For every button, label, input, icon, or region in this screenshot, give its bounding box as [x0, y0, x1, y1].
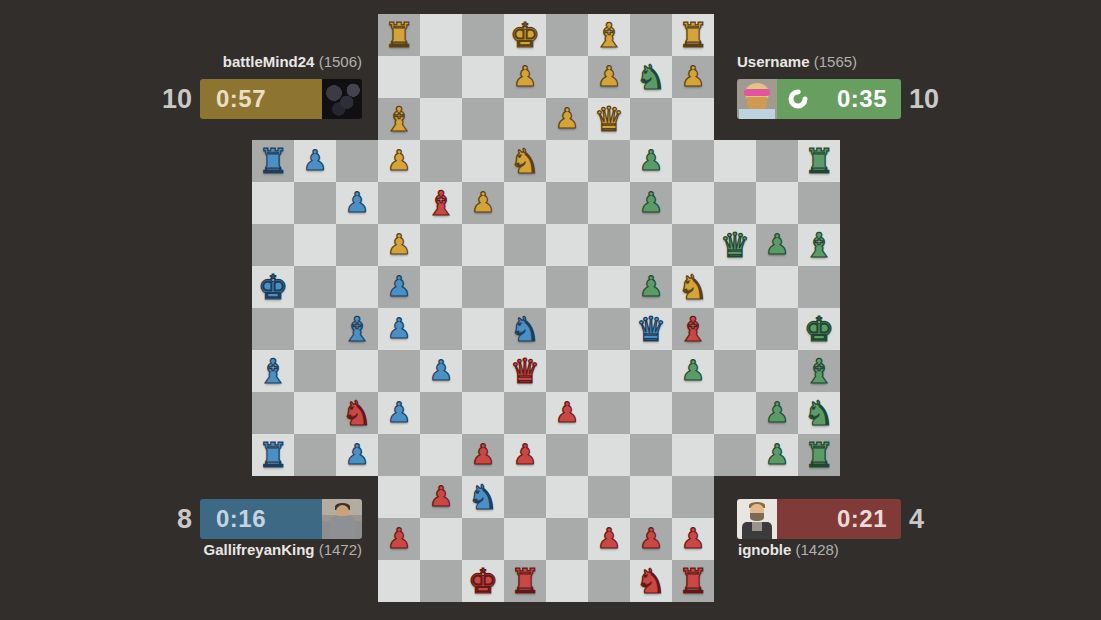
- board-square[interactable]: [588, 392, 630, 434]
- avatar-shirt: [739, 109, 775, 119]
- player-score: 10: [140, 83, 192, 115]
- board-square[interactable]: [546, 308, 588, 350]
- piece-g-P: ♟: [630, 182, 672, 224]
- board-square[interactable]: [420, 392, 462, 434]
- board-square[interactable]: ♛: [588, 98, 630, 140]
- player-name: GallifreyanKing: [204, 541, 315, 558]
- piece-y-R: ♜: [378, 14, 420, 56]
- board-cut-corner: [756, 14, 798, 56]
- avatar-collar: [752, 522, 762, 531]
- avatar-image[interactable]: [737, 79, 777, 119]
- piece-r-P: ♟: [546, 392, 588, 434]
- player-name-row: battleMind24 (1506): [100, 53, 362, 73]
- player-name: battleMind24: [223, 53, 315, 70]
- board-square[interactable]: [546, 560, 588, 602]
- piece-y-P: ♟: [378, 140, 420, 182]
- board-square[interactable]: ♝: [798, 224, 840, 266]
- piece-r-P: ♟: [630, 518, 672, 560]
- board-square[interactable]: [420, 56, 462, 98]
- board-square[interactable]: [714, 266, 756, 308]
- board-square[interactable]: ♟: [336, 434, 378, 476]
- board-square[interactable]: [588, 434, 630, 476]
- board-square[interactable]: [420, 98, 462, 140]
- clock-time: 0:21: [837, 505, 887, 533]
- board-square[interactable]: ♞: [336, 392, 378, 434]
- piece-g-R: ♜: [798, 434, 840, 476]
- board-square[interactable]: [630, 392, 672, 434]
- board-square[interactable]: ♟: [756, 434, 798, 476]
- piece-b-N: ♞: [462, 476, 504, 518]
- board-square[interactable]: [672, 140, 714, 182]
- piece-g-P: ♟: [756, 224, 798, 266]
- piece-r-B: ♝: [420, 182, 462, 224]
- board-square[interactable]: [504, 224, 546, 266]
- board-square[interactable]: ♟: [672, 350, 714, 392]
- board-square[interactable]: [462, 14, 504, 56]
- board-square[interactable]: [630, 14, 672, 56]
- board-cut-corner: [798, 14, 840, 56]
- board-square[interactable]: [756, 266, 798, 308]
- board-square[interactable]: [294, 266, 336, 308]
- piece-g-Q: ♛: [714, 224, 756, 266]
- player-rating: (1506): [319, 53, 362, 70]
- board-square[interactable]: ♟: [462, 182, 504, 224]
- player-score: 4: [909, 503, 969, 535]
- player-name-row: Username (1565): [737, 53, 1037, 73]
- board-square[interactable]: [756, 350, 798, 392]
- piece-g-N: ♞: [630, 56, 672, 98]
- piece-r-P: ♟: [504, 434, 546, 476]
- board-square[interactable]: [252, 182, 294, 224]
- board-square[interactable]: [462, 392, 504, 434]
- board-square[interactable]: ♟: [546, 98, 588, 140]
- board-square[interactable]: [462, 308, 504, 350]
- piece-y-P: ♟: [378, 224, 420, 266]
- board-square[interactable]: [588, 266, 630, 308]
- piece-b-P: ♟: [420, 350, 462, 392]
- board-square[interactable]: [714, 140, 756, 182]
- piece-r-K: ♚: [462, 560, 504, 602]
- board-square[interactable]: [252, 392, 294, 434]
- board-square[interactable]: ♟: [378, 392, 420, 434]
- board-square[interactable]: [546, 476, 588, 518]
- board-square[interactable]: [588, 182, 630, 224]
- board-cut-corner: [252, 560, 294, 602]
- board-square[interactable]: [378, 560, 420, 602]
- board-square[interactable]: [630, 476, 672, 518]
- board-square[interactable]: [714, 182, 756, 224]
- piece-y-P: ♟: [672, 56, 714, 98]
- piece-y-B: ♝: [588, 14, 630, 56]
- board-square[interactable]: ♜: [252, 140, 294, 182]
- board-square[interactable]: [336, 224, 378, 266]
- board-cut-corner: [294, 14, 336, 56]
- board-square[interactable]: [546, 434, 588, 476]
- board-square[interactable]: ♝: [336, 308, 378, 350]
- board-square[interactable]: ♜: [672, 14, 714, 56]
- board-square[interactable]: [546, 518, 588, 560]
- board-square[interactable]: [630, 350, 672, 392]
- board-square[interactable]: [630, 224, 672, 266]
- board-square[interactable]: ♞: [630, 56, 672, 98]
- board-square[interactable]: [462, 56, 504, 98]
- piece-b-P: ♟: [336, 182, 378, 224]
- board-square[interactable]: ♟: [378, 224, 420, 266]
- piece-g-P: ♟: [672, 350, 714, 392]
- player-name-row: ignoble (1428): [738, 541, 1038, 561]
- board-square[interactable]: [546, 56, 588, 98]
- piece-b-R: ♜: [252, 140, 294, 182]
- board-square[interactable]: [504, 392, 546, 434]
- clock-group: 0:57: [200, 79, 362, 119]
- board-cut-corner: [714, 14, 756, 56]
- avatar-image[interactable]: [737, 499, 777, 539]
- board-square[interactable]: [588, 140, 630, 182]
- board-square[interactable]: [336, 266, 378, 308]
- clock-bar-blue: 0:16: [200, 499, 322, 539]
- piece-y-N: ♞: [672, 266, 714, 308]
- board-square[interactable]: [714, 350, 756, 392]
- board-square[interactable]: ♟: [420, 476, 462, 518]
- board-square[interactable]: ♝: [378, 98, 420, 140]
- board-square[interactable]: ♟: [630, 140, 672, 182]
- clock-group: 0:16: [200, 499, 362, 539]
- board-square[interactable]: ♟: [630, 266, 672, 308]
- board-square[interactable]: [756, 182, 798, 224]
- piece-y-K: ♚: [504, 14, 546, 56]
- player-name: Username: [737, 53, 810, 70]
- board-square[interactable]: [294, 434, 336, 476]
- piece-b-P: ♟: [336, 434, 378, 476]
- board-square[interactable]: ♞: [504, 308, 546, 350]
- avatar-beard: [750, 513, 764, 521]
- board-square[interactable]: [672, 434, 714, 476]
- player-name-row: GallifreyanKing (1472): [100, 541, 362, 561]
- board-square[interactable]: ♜: [798, 434, 840, 476]
- piece-g-R: ♜: [798, 140, 840, 182]
- board-square[interactable]: ♟: [462, 434, 504, 476]
- board-square[interactable]: ♟: [378, 308, 420, 350]
- active-turn-indicator-icon: [787, 88, 809, 110]
- piece-b-B: ♝: [252, 350, 294, 392]
- board-square[interactable]: [252, 308, 294, 350]
- piece-r-P: ♟: [672, 518, 714, 560]
- clock-time: 0:35: [837, 85, 887, 113]
- board-square[interactable]: [714, 308, 756, 350]
- board-square[interactable]: [462, 518, 504, 560]
- board-square[interactable]: ♜: [672, 560, 714, 602]
- board-square[interactable]: ♞: [462, 476, 504, 518]
- board-square[interactable]: [420, 518, 462, 560]
- board-square[interactable]: [294, 182, 336, 224]
- player-rating: (1472): [319, 541, 362, 558]
- board-square[interactable]: ♟: [294, 140, 336, 182]
- player-score: 10: [909, 83, 969, 115]
- piece-g-K: ♚: [798, 308, 840, 350]
- avatar-image[interactable]: [322, 499, 362, 539]
- board-square[interactable]: [714, 392, 756, 434]
- piece-r-R: ♜: [504, 560, 546, 602]
- board-square[interactable]: ♟: [504, 56, 546, 98]
- piece-y-P: ♟: [462, 182, 504, 224]
- board-square[interactable]: ♟: [336, 182, 378, 224]
- piece-r-R: ♜: [672, 560, 714, 602]
- board-square[interactable]: ♟: [672, 518, 714, 560]
- board-square[interactable]: [462, 140, 504, 182]
- board-square[interactable]: [546, 140, 588, 182]
- board-square[interactable]: ♞: [672, 266, 714, 308]
- board-square[interactable]: [504, 476, 546, 518]
- board-cut-corner: [714, 560, 756, 602]
- piece-r-P: ♟: [378, 518, 420, 560]
- piece-r-B: ♝: [672, 308, 714, 350]
- piece-b-N: ♞: [504, 308, 546, 350]
- player-score: 8: [140, 503, 192, 535]
- piece-y-B: ♝: [378, 98, 420, 140]
- board-cut-corner: [294, 560, 336, 602]
- board-square[interactable]: ♟: [420, 350, 462, 392]
- board-square[interactable]: [546, 266, 588, 308]
- board-square[interactable]: [588, 308, 630, 350]
- avatar-sunglasses: [744, 89, 770, 96]
- piece-g-P: ♟: [630, 266, 672, 308]
- board-square[interactable]: [378, 182, 420, 224]
- board-square[interactable]: [672, 224, 714, 266]
- board-square[interactable]: [420, 560, 462, 602]
- board-square[interactable]: [378, 350, 420, 392]
- board-square[interactable]: [588, 476, 630, 518]
- piece-r-N: ♞: [630, 560, 672, 602]
- board-square[interactable]: [504, 98, 546, 140]
- board-square[interactable]: ♟: [588, 56, 630, 98]
- board-cut-corner: [336, 14, 378, 56]
- board-square[interactable]: ♝: [420, 182, 462, 224]
- board-square[interactable]: [546, 14, 588, 56]
- board-square[interactable]: [378, 476, 420, 518]
- board-square[interactable]: ♛: [714, 224, 756, 266]
- board-cut-corner: [336, 560, 378, 602]
- board-square[interactable]: ♞: [798, 392, 840, 434]
- board-square[interactable]: [252, 224, 294, 266]
- board-square[interactable]: ♟: [672, 56, 714, 98]
- board-square[interactable]: [294, 224, 336, 266]
- piece-y-P: ♟: [588, 56, 630, 98]
- board-square[interactable]: [378, 56, 420, 98]
- piece-b-Q: ♛: [630, 308, 672, 350]
- board-square[interactable]: [672, 98, 714, 140]
- board-square[interactable]: ♝: [798, 350, 840, 392]
- board-square[interactable]: [504, 266, 546, 308]
- board-square[interactable]: [756, 308, 798, 350]
- board-square[interactable]: ♟: [378, 518, 420, 560]
- board-square[interactable]: [756, 140, 798, 182]
- board-square[interactable]: [504, 518, 546, 560]
- clock-bar-yellow: 0:57: [200, 79, 322, 119]
- piece-b-P: ♟: [378, 308, 420, 350]
- piece-b-K: ♚: [252, 266, 294, 308]
- piece-y-P: ♟: [504, 56, 546, 98]
- clock-group: 0:21: [737, 499, 901, 539]
- piece-b-P: ♟: [378, 266, 420, 308]
- board-square[interactable]: [546, 224, 588, 266]
- piece-r-N: ♞: [336, 392, 378, 434]
- piece-g-N: ♞: [798, 392, 840, 434]
- board-cut-corner: [798, 560, 840, 602]
- board-square[interactable]: [462, 98, 504, 140]
- board-square[interactable]: ♞: [504, 140, 546, 182]
- piece-g-P: ♟: [756, 434, 798, 476]
- board-cut-corner: [252, 14, 294, 56]
- board-square[interactable]: [672, 476, 714, 518]
- board-square[interactable]: [462, 224, 504, 266]
- player-rating: (1428): [796, 541, 839, 558]
- piece-r-Q: ♛: [504, 350, 546, 392]
- piece-b-P: ♟: [294, 140, 336, 182]
- board-square[interactable]: [294, 392, 336, 434]
- piece-y-N: ♞: [504, 140, 546, 182]
- board-square[interactable]: [294, 350, 336, 392]
- board-square[interactable]: [546, 350, 588, 392]
- board-square[interactable]: [630, 98, 672, 140]
- board-square[interactable]: ♚: [462, 560, 504, 602]
- piece-g-B: ♝: [798, 350, 840, 392]
- board-square[interactable]: ♚: [798, 308, 840, 350]
- board-square[interactable]: ♞: [630, 560, 672, 602]
- board-square[interactable]: [588, 350, 630, 392]
- piece-b-R: ♜: [252, 434, 294, 476]
- board-cut-corner: [756, 560, 798, 602]
- board-square[interactable]: ♟: [378, 140, 420, 182]
- board-square[interactable]: ♛: [504, 350, 546, 392]
- piece-b-P: ♟: [378, 392, 420, 434]
- board-square[interactable]: ♚: [252, 266, 294, 308]
- board-square[interactable]: [630, 434, 672, 476]
- board-square[interactable]: [336, 350, 378, 392]
- piece-y-Q: ♛: [588, 98, 630, 140]
- clock-time: 0:16: [216, 505, 266, 533]
- piece-g-P: ♟: [756, 392, 798, 434]
- piece-g-P: ♟: [630, 140, 672, 182]
- clock-time: 0:57: [216, 85, 266, 113]
- board-square[interactable]: ♜: [378, 14, 420, 56]
- board-square[interactable]: [672, 182, 714, 224]
- board-square[interactable]: ♝: [672, 308, 714, 350]
- avatar-image[interactable]: [322, 79, 362, 119]
- board-square[interactable]: [420, 266, 462, 308]
- board-square[interactable]: ♟: [378, 266, 420, 308]
- board-square[interactable]: ♚: [504, 14, 546, 56]
- board-square[interactable]: [462, 266, 504, 308]
- piece-r-P: ♟: [462, 434, 504, 476]
- piece-g-B: ♝: [798, 224, 840, 266]
- piece-b-B: ♝: [336, 308, 378, 350]
- board-square[interactable]: [420, 434, 462, 476]
- board-square[interactable]: ♟: [630, 518, 672, 560]
- clock-bar-red: 0:21: [777, 499, 901, 539]
- piece-r-P: ♟: [420, 476, 462, 518]
- board-square[interactable]: [798, 182, 840, 224]
- clock-group: 0:35: [737, 79, 901, 119]
- board-square[interactable]: ♜: [798, 140, 840, 182]
- board-square[interactable]: ♟: [756, 392, 798, 434]
- board-square[interactable]: [420, 224, 462, 266]
- board-square[interactable]: ♜: [504, 560, 546, 602]
- board-square[interactable]: [420, 14, 462, 56]
- board-square[interactable]: [588, 560, 630, 602]
- board-square[interactable]: [336, 140, 378, 182]
- board-square[interactable]: [378, 434, 420, 476]
- board-square[interactable]: [294, 308, 336, 350]
- board-square[interactable]: ♟: [756, 224, 798, 266]
- board-square[interactable]: ♟: [546, 392, 588, 434]
- board-square[interactable]: [546, 182, 588, 224]
- board-square[interactable]: ♝: [588, 14, 630, 56]
- player-name: ignoble: [738, 541, 791, 558]
- board-square[interactable]: ♝: [252, 350, 294, 392]
- piece-y-R: ♜: [672, 14, 714, 56]
- board-square[interactable]: [798, 266, 840, 308]
- board-square[interactable]: ♛: [630, 308, 672, 350]
- board-square[interactable]: [672, 392, 714, 434]
- board-square[interactable]: [420, 140, 462, 182]
- board-square[interactable]: ♟: [630, 182, 672, 224]
- board-square[interactable]: ♟: [588, 518, 630, 560]
- board-square[interactable]: [420, 308, 462, 350]
- board-square[interactable]: [714, 434, 756, 476]
- clock-bar-green: 0:35: [777, 79, 901, 119]
- piece-y-P: ♟: [546, 98, 588, 140]
- piece-r-P: ♟: [588, 518, 630, 560]
- board-square[interactable]: ♟: [504, 434, 546, 476]
- board-square[interactable]: [462, 350, 504, 392]
- game-stage: ♜♚♝♜♟♟♞♟♝♟♛♜♟♟♞♟♜♟♝♟♟♟♛♟♝♚♟♟♞♝♟♞♛♝♚♝♟♛♟♝…: [0, 0, 1101, 620]
- player-rating: (1565): [814, 53, 857, 70]
- board-square[interactable]: [504, 182, 546, 224]
- board-square[interactable]: [588, 224, 630, 266]
- board-square[interactable]: ♜: [252, 434, 294, 476]
- avatar-hoodie: [330, 516, 355, 539]
